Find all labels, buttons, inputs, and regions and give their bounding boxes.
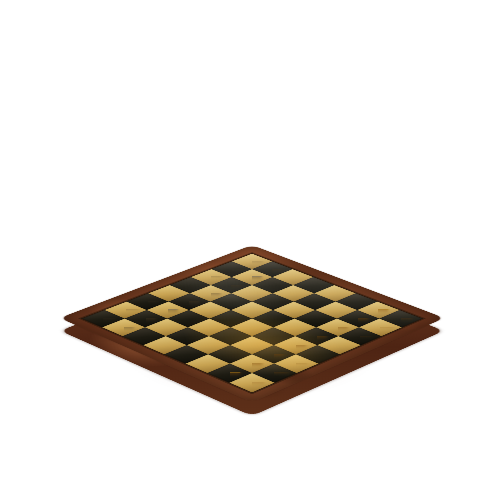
chess-board: ♜♞♟♝♟♛♟♚♟♝♟♞♟♟♜♟♟♜♟♟♞♟♝♟♛♟♚♟♝♟♞♜ [60,245,445,402]
product-photo: ♜♞♟♝♟♛♟♚♟♝♟♞♟♟♜♟♟♜♟♟♞♟♝♟♛♟♚♟♝♟♞♜ [0,0,500,500]
gold-rook-glyph: ♜ [233,345,271,387]
board-scene: ♜♞♟♝♟♛♟♚♟♝♟♞♟♟♜♟♟♜♟♟♞♟♝♟♛♟♚♟♝♟♞♜ [0,0,500,500]
silver-pawn-glyph: ♟ [108,297,139,331]
